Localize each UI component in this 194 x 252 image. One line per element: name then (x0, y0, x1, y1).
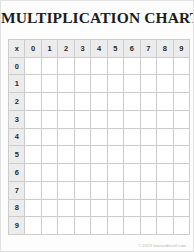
cell-r8-c6 (124, 200, 140, 218)
cell-r9-c3 (75, 217, 91, 235)
col-header-4: 4 (91, 40, 107, 58)
col-header-1: 1 (42, 40, 58, 58)
cell-r2-c5 (108, 93, 124, 111)
cell-r0-c4 (91, 58, 107, 76)
cell-r7-c2 (58, 182, 74, 200)
cell-r5-c2 (58, 146, 74, 164)
cell-r0-c3 (75, 58, 91, 76)
cell-r8-c5 (108, 200, 124, 218)
cell-r2-c1 (42, 93, 58, 111)
cell-r9-c5 (108, 217, 124, 235)
cell-r4-c9 (174, 129, 190, 147)
cell-r4-c1 (42, 129, 58, 147)
cell-r7-c4 (91, 182, 107, 200)
page-title: MULTIPLICATION CHART (1, 9, 193, 27)
cell-r8-c4 (91, 200, 107, 218)
cell-r6-c9 (174, 164, 190, 182)
cell-r3-c1 (42, 111, 58, 129)
cell-r5-c5 (108, 146, 124, 164)
cell-r3-c9 (174, 111, 190, 129)
cell-r5-c8 (157, 146, 173, 164)
cell-r0-c2 (58, 58, 74, 76)
cell-r2-c6 (124, 93, 140, 111)
cell-r7-c7 (141, 182, 157, 200)
cell-r3-c5 (108, 111, 124, 129)
cell-r5-c4 (91, 146, 107, 164)
cell-r4-c6 (124, 129, 140, 147)
row-header-4: 4 (9, 129, 25, 147)
cell-r1-c8 (157, 75, 173, 93)
cell-r8-c3 (75, 200, 91, 218)
cell-r6-c5 (108, 164, 124, 182)
cell-r9-c8 (157, 217, 173, 235)
cell-r5-c9 (174, 146, 190, 164)
row-header-1: 1 (9, 75, 25, 93)
cell-r5-c6 (124, 146, 140, 164)
cell-r0-c6 (124, 58, 140, 76)
row-header-9: 9 (9, 217, 25, 235)
cell-r8-c9 (174, 200, 190, 218)
cell-r2-c3 (75, 93, 91, 111)
cell-r6-c8 (157, 164, 173, 182)
cell-r0-c8 (157, 58, 173, 76)
row-header-2: 2 (9, 93, 25, 111)
cell-r4-c5 (108, 129, 124, 147)
cell-r7-c6 (124, 182, 140, 200)
cell-r1-c1 (42, 75, 58, 93)
cell-r6-c3 (75, 164, 91, 182)
cell-r7-c8 (157, 182, 173, 200)
cell-r1-c4 (91, 75, 107, 93)
cell-r6-c4 (91, 164, 107, 182)
cell-r9-c0 (25, 217, 41, 235)
cell-r1-c2 (58, 75, 74, 93)
cell-r4-c4 (91, 129, 107, 147)
cell-r1-c5 (108, 75, 124, 93)
col-header-5: 5 (108, 40, 124, 58)
col-header-2: 2 (58, 40, 74, 58)
cell-r3-c4 (91, 111, 107, 129)
cell-r8-c2 (58, 200, 74, 218)
cell-r0-c5 (108, 58, 124, 76)
cell-r3-c8 (157, 111, 173, 129)
cell-r4-c2 (58, 129, 74, 147)
cell-r0-c9 (174, 58, 190, 76)
cell-r2-c7 (141, 93, 157, 111)
cell-r6-c6 (124, 164, 140, 182)
cell-r3-c2 (58, 111, 74, 129)
worksheet-page: MULTIPLICATION CHART x012345678901234567… (0, 0, 194, 252)
cell-r2-c8 (157, 93, 173, 111)
row-header-0: 0 (9, 58, 25, 76)
col-header-8: 8 (157, 40, 173, 58)
cell-r6-c7 (141, 164, 157, 182)
cell-r8-c0 (25, 200, 41, 218)
cell-r1-c3 (75, 75, 91, 93)
cell-r3-c3 (75, 111, 91, 129)
cell-r7-c1 (42, 182, 58, 200)
cell-r6-c1 (42, 164, 58, 182)
cell-r2-c0 (25, 93, 41, 111)
cell-r6-c0 (25, 164, 41, 182)
cell-r7-c0 (25, 182, 41, 200)
row-header-6: 6 (9, 164, 25, 182)
cell-r5-c0 (25, 146, 41, 164)
cell-r2-c9 (174, 93, 190, 111)
row-header-8: 8 (9, 200, 25, 218)
cell-r8-c7 (141, 200, 157, 218)
copyright-watermark: © 2023 timvandevall.com (137, 244, 186, 248)
cell-r7-c5 (108, 182, 124, 200)
cell-r7-c3 (75, 182, 91, 200)
cell-r4-c0 (25, 129, 41, 147)
cell-r8-c1 (42, 200, 58, 218)
cell-r6-c2 (58, 164, 74, 182)
cell-r9-c9 (174, 217, 190, 235)
cell-r7-c9 (174, 182, 190, 200)
cell-r1-c7 (141, 75, 157, 93)
cell-r1-c9 (174, 75, 190, 93)
cell-r9-c4 (91, 217, 107, 235)
col-header-3: 3 (75, 40, 91, 58)
multiplication-grid: x01234567890123456789 (8, 39, 190, 235)
row-header-7: 7 (9, 182, 25, 200)
cell-r4-c8 (157, 129, 173, 147)
cell-r9-c6 (124, 217, 140, 235)
cell-r2-c2 (58, 93, 74, 111)
cell-r1-c6 (124, 75, 140, 93)
cell-r4-c7 (141, 129, 157, 147)
cell-r5-c1 (42, 146, 58, 164)
cell-r0-c7 (141, 58, 157, 76)
corner-cell: x (9, 40, 25, 58)
row-header-5: 5 (9, 146, 25, 164)
cell-r9-c7 (141, 217, 157, 235)
cell-r5-c3 (75, 146, 91, 164)
col-header-6: 6 (124, 40, 140, 58)
col-header-0: 0 (25, 40, 41, 58)
cell-r3-c6 (124, 111, 140, 129)
cell-r4-c3 (75, 129, 91, 147)
cell-r3-c7 (141, 111, 157, 129)
cell-r0-c0 (25, 58, 41, 76)
cell-r0-c1 (42, 58, 58, 76)
cell-r5-c7 (141, 146, 157, 164)
cell-r8-c8 (157, 200, 173, 218)
cell-r1-c0 (25, 75, 41, 93)
cell-r9-c1 (42, 217, 58, 235)
col-header-9: 9 (174, 40, 190, 58)
cell-r9-c2 (58, 217, 74, 235)
row-header-3: 3 (9, 111, 25, 129)
cell-r3-c0 (25, 111, 41, 129)
cell-r2-c4 (91, 93, 107, 111)
col-header-7: 7 (141, 40, 157, 58)
